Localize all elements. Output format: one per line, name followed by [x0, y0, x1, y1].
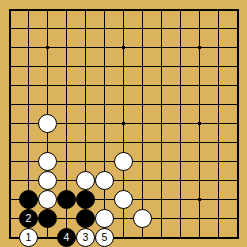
white-stone[interactable] [76, 171, 95, 190]
white-stone[interactable] [95, 209, 114, 228]
stone-move-number: 3 [83, 232, 89, 243]
stone-move-number: 1 [26, 232, 32, 243]
white-stone[interactable] [95, 171, 114, 190]
white-stone[interactable]: 5 [95, 228, 114, 247]
white-stone[interactable] [114, 190, 133, 209]
white-stone[interactable] [38, 152, 57, 171]
black-stone[interactable]: 4 [57, 228, 76, 247]
white-stone[interactable]: 3 [76, 228, 95, 247]
white-stone[interactable] [38, 114, 57, 133]
white-stone[interactable] [133, 209, 152, 228]
go-board[interactable]: 21435 [0, 0, 247, 247]
white-stone[interactable] [114, 152, 133, 171]
black-stone[interactable] [57, 190, 76, 209]
black-stone[interactable] [38, 209, 57, 228]
white-stone[interactable]: 1 [19, 228, 38, 247]
intersection-grid: 21435 [0, 0, 247, 247]
stone-move-number: 4 [64, 232, 70, 243]
white-stone[interactable] [38, 190, 57, 209]
stone-move-number: 2 [26, 213, 32, 224]
stone-move-number: 5 [102, 232, 108, 243]
black-stone[interactable] [76, 190, 95, 209]
black-stone[interactable]: 2 [19, 209, 38, 228]
black-stone[interactable] [19, 190, 38, 209]
black-stone[interactable] [76, 209, 95, 228]
white-stone[interactable] [38, 171, 57, 190]
